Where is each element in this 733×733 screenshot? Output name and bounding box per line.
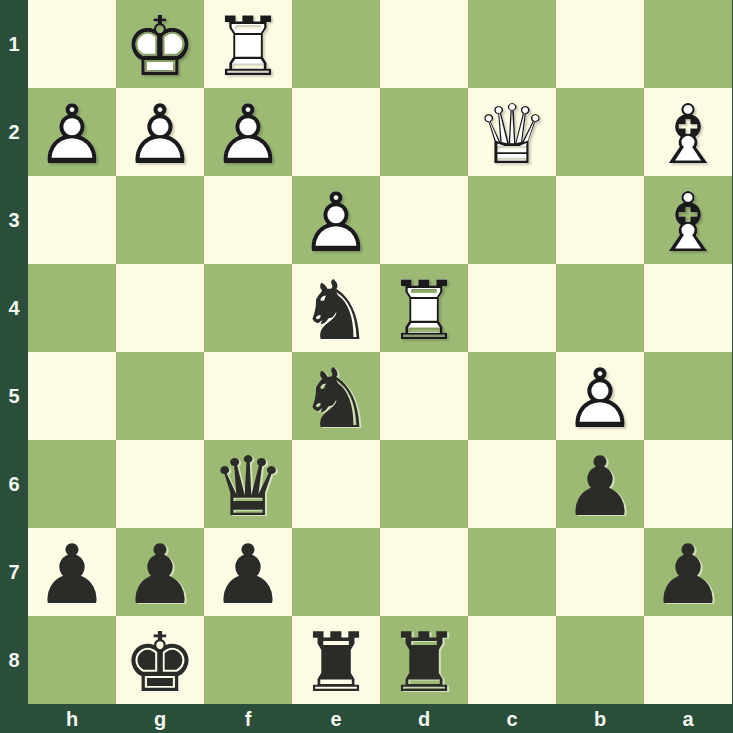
square-e2[interactable]: [292, 88, 380, 176]
square-a6[interactable]: [644, 440, 732, 528]
black-pawn[interactable]: ♟: [116, 528, 204, 616]
square-c3[interactable]: [468, 176, 556, 264]
rank-label-5: 5: [0, 352, 28, 440]
white-pawn-outline-glyph: ♙: [204, 88, 292, 176]
file-labels: hgfedcba: [28, 704, 732, 733]
black-rook[interactable]: ♜: [380, 616, 468, 704]
rank-label-2: 2: [0, 88, 28, 176]
file-label-g: g: [116, 704, 204, 733]
white-pawn[interactable]: ♟♙: [204, 88, 292, 176]
square-g7[interactable]: ♟: [116, 528, 204, 616]
square-h5[interactable]: [28, 352, 116, 440]
square-f1[interactable]: ♜♖: [204, 0, 292, 88]
white-queen-outline-glyph: ♕: [468, 88, 556, 176]
white-bishop-outline-glyph: ♗: [644, 88, 732, 176]
black-rook-glyph: ♜: [380, 616, 468, 704]
square-h2[interactable]: ♟♙: [28, 88, 116, 176]
square-h7[interactable]: ♟: [28, 528, 116, 616]
white-bishop-outline-glyph: ♗: [644, 176, 732, 264]
black-queen-glyph: ♛: [204, 440, 292, 528]
square-a7[interactable]: ♟: [644, 528, 732, 616]
square-e6[interactable]: [292, 440, 380, 528]
square-d8[interactable]: ♜: [380, 616, 468, 704]
square-h3[interactable]: [28, 176, 116, 264]
rank-label-7: 7: [0, 528, 28, 616]
square-e3[interactable]: ♟♙: [292, 176, 380, 264]
black-knight[interactable]: ♞: [292, 264, 380, 352]
file-label-d: d: [380, 704, 468, 733]
black-pawn-glyph: ♟: [644, 528, 732, 616]
white-rook-outline-glyph: ♖: [380, 264, 468, 352]
chess-app: { "game": "chess", "position": { "fen": …: [0, 0, 733, 733]
file-label-h: h: [28, 704, 116, 733]
square-a5[interactable]: [644, 352, 732, 440]
square-d5[interactable]: [380, 352, 468, 440]
black-pawn-glyph: ♟: [556, 440, 644, 528]
black-pawn-glyph: ♟: [204, 528, 292, 616]
white-pawn-outline-glyph: ♙: [28, 88, 116, 176]
white-pawn-outline-glyph: ♙: [116, 88, 204, 176]
square-e8[interactable]: ♜: [292, 616, 380, 704]
file-label-c: c: [468, 704, 556, 733]
white-bishop[interactable]: ♝♗: [644, 176, 732, 264]
square-h8[interactable]: [28, 616, 116, 704]
black-pawn[interactable]: ♟: [644, 528, 732, 616]
white-rook[interactable]: ♜♖: [204, 0, 292, 88]
square-f5[interactable]: [204, 352, 292, 440]
square-b4[interactable]: [556, 264, 644, 352]
square-b6[interactable]: ♟: [556, 440, 644, 528]
square-c5[interactable]: [468, 352, 556, 440]
black-pawn-glyph: ♟: [28, 528, 116, 616]
square-a4[interactable]: [644, 264, 732, 352]
black-queen[interactable]: ♛: [204, 440, 292, 528]
square-f7[interactable]: ♟: [204, 528, 292, 616]
square-g8[interactable]: ♚: [116, 616, 204, 704]
square-g5[interactable]: [116, 352, 204, 440]
white-rook[interactable]: ♜♖: [380, 264, 468, 352]
white-pawn[interactable]: ♟♙: [116, 88, 204, 176]
square-a3[interactable]: ♝♗: [644, 176, 732, 264]
square-e7[interactable]: [292, 528, 380, 616]
square-g2[interactable]: ♟♙: [116, 88, 204, 176]
rank-label-4: 4: [0, 264, 28, 352]
square-d2[interactable]: [380, 88, 468, 176]
black-pawn[interactable]: ♟: [28, 528, 116, 616]
file-label-b: b: [556, 704, 644, 733]
square-c2[interactable]: ♛♕: [468, 88, 556, 176]
white-king[interactable]: ♚♔: [116, 0, 204, 88]
white-pawn-outline-glyph: ♙: [556, 352, 644, 440]
white-bishop[interactable]: ♝♗: [644, 88, 732, 176]
square-c1[interactable]: [468, 0, 556, 88]
rank-label-8: 8: [0, 616, 28, 704]
square-d1[interactable]: [380, 0, 468, 88]
square-g4[interactable]: [116, 264, 204, 352]
rank-label-6: 6: [0, 440, 28, 528]
black-pawn[interactable]: ♟: [204, 528, 292, 616]
file-label-f: f: [204, 704, 292, 733]
square-h4[interactable]: [28, 264, 116, 352]
square-e1[interactable]: [292, 0, 380, 88]
square-f4[interactable]: [204, 264, 292, 352]
rank-label-1: 1: [0, 0, 28, 88]
white-king-outline-glyph: ♔: [116, 0, 204, 88]
square-b7[interactable]: [556, 528, 644, 616]
square-b2[interactable]: [556, 88, 644, 176]
white-pawn[interactable]: ♟♙: [292, 176, 380, 264]
square-e4[interactable]: ♞: [292, 264, 380, 352]
square-c8[interactable]: [468, 616, 556, 704]
black-rook[interactable]: ♜: [292, 616, 380, 704]
square-e5[interactable]: ♞: [292, 352, 380, 440]
square-d7[interactable]: [380, 528, 468, 616]
square-a8[interactable]: [644, 616, 732, 704]
black-king[interactable]: ♚: [116, 616, 204, 704]
white-queen[interactable]: ♛♕: [468, 88, 556, 176]
square-h6[interactable]: [28, 440, 116, 528]
square-b8[interactable]: [556, 616, 644, 704]
square-d4[interactable]: ♜♖: [380, 264, 468, 352]
square-g6[interactable]: [116, 440, 204, 528]
square-c4[interactable]: [468, 264, 556, 352]
black-knight[interactable]: ♞: [292, 352, 380, 440]
file-label-e: e: [292, 704, 380, 733]
square-f6[interactable]: ♛: [204, 440, 292, 528]
square-b5[interactable]: ♟♙: [556, 352, 644, 440]
square-f2[interactable]: ♟♙: [204, 88, 292, 176]
square-b1[interactable]: [556, 0, 644, 88]
black-pawn-glyph: ♟: [116, 528, 204, 616]
square-c7[interactable]: [468, 528, 556, 616]
square-b3[interactable]: [556, 176, 644, 264]
square-g3[interactable]: [116, 176, 204, 264]
square-f8[interactable]: [204, 616, 292, 704]
white-pawn-outline-glyph: ♙: [292, 176, 380, 264]
white-rook-outline-glyph: ♖: [204, 0, 292, 88]
black-pawn[interactable]: ♟: [556, 440, 644, 528]
square-f3[interactable]: [204, 176, 292, 264]
square-a2[interactable]: ♝♗: [644, 88, 732, 176]
file-label-a: a: [644, 704, 732, 733]
square-d6[interactable]: [380, 440, 468, 528]
white-pawn[interactable]: ♟♙: [556, 352, 644, 440]
square-a1[interactable]: [644, 0, 732, 88]
black-rook-glyph: ♜: [292, 616, 380, 704]
rank-labels: 12345678: [0, 0, 28, 704]
square-g1[interactable]: ♚♔: [116, 0, 204, 88]
black-knight-glyph: ♞: [292, 352, 380, 440]
black-king-glyph: ♚: [116, 616, 204, 704]
black-knight-glyph: ♞: [292, 264, 380, 352]
chess-board: ♚♔♜♖♟♙♟♙♟♙♛♕♝♗♟♙♝♗♞♜♖♞♟♙♛♟♟♟♟♟♚♜♜: [28, 0, 732, 704]
square-c6[interactable]: [468, 440, 556, 528]
square-h1[interactable]: [28, 0, 116, 88]
rank-label-3: 3: [0, 176, 28, 264]
square-d3[interactable]: [380, 176, 468, 264]
white-pawn[interactable]: ♟♙: [28, 88, 116, 176]
